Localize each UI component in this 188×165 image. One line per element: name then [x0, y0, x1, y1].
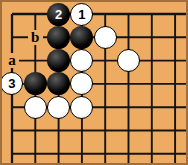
- white-stone: [117, 49, 140, 72]
- point-label-b: b: [28, 30, 43, 45]
- white-stone: [47, 96, 70, 119]
- black-stone: [47, 72, 70, 95]
- white-stone: [70, 49, 93, 72]
- black-stone: [70, 26, 93, 49]
- white-stone: [70, 72, 93, 95]
- move-number: 1: [78, 8, 85, 21]
- white-stone: 3: [0, 72, 23, 95]
- white-stone: [70, 96, 93, 119]
- move-number: 3: [8, 77, 15, 90]
- black-stone: 2: [47, 3, 70, 26]
- stones-layer: 213ab: [0, 2, 186, 165]
- white-stone: 1: [70, 3, 93, 26]
- white-stone: [24, 96, 47, 119]
- point-label-a: a: [4, 53, 19, 68]
- black-stone: [47, 26, 70, 49]
- go-board-diagram: 213ab: [0, 0, 188, 165]
- move-number: 2: [55, 8, 62, 21]
- black-stone: [24, 72, 47, 95]
- black-stone: [47, 49, 70, 72]
- white-stone: [94, 26, 117, 49]
